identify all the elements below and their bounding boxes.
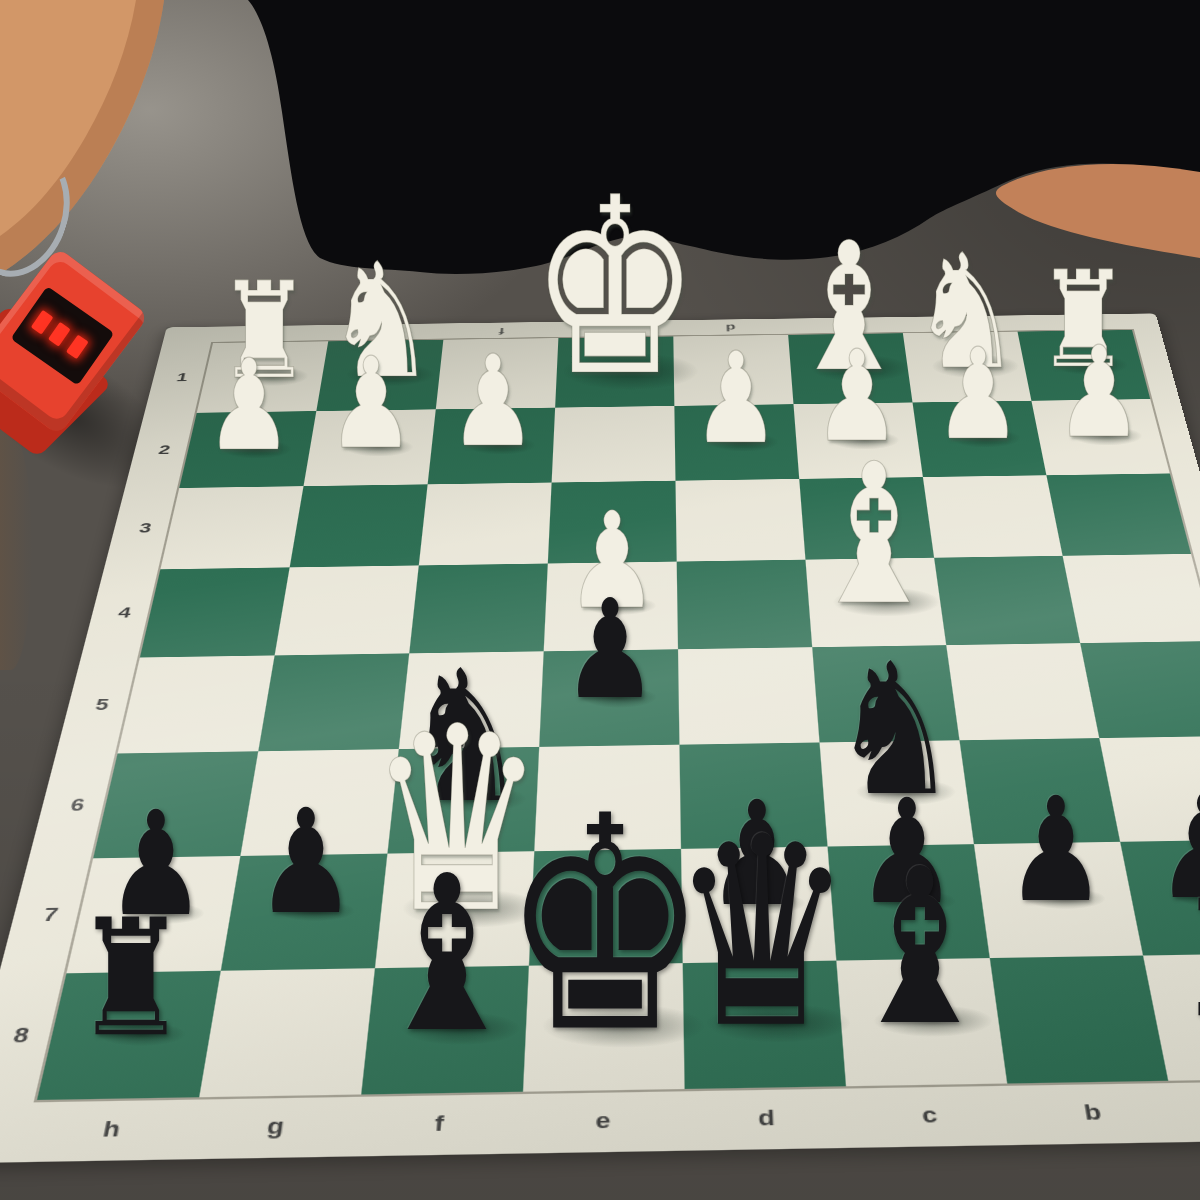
chess-photo-scene: 12345678hgfedcbafd ♜♞♝♚♞♜♟♟♟♟♟♟♟♝♟♟♞♞♟♟♟…: [0, 0, 1200, 1200]
black-king-e8: ♚: [501, 777, 708, 1073]
white-pawn-f2: ♟: [449, 339, 537, 465]
white-pawn-a2: ♟: [1055, 331, 1143, 457]
pieces-layer: ♜♞♝♚♞♜♟♟♟♟♟♟♟♝♟♟♞♞♟♟♟♟♛♟♟♜♝♛♚♝♜: [0, 0, 1200, 1200]
black-pawn-g7: ♟: [256, 790, 357, 934]
white-pawn-g2: ♟: [327, 341, 415, 467]
black-bishop-f8: ♝: [372, 848, 522, 1063]
white-bishop-c4: ♝: [807, 439, 943, 633]
black-pawn-b7: ♟: [1006, 777, 1107, 921]
black-rook-h8: ♜: [75, 898, 188, 1059]
black-pawn-e5: ♟: [562, 582, 658, 719]
black-rook-a8: ♜: [1177, 880, 1200, 1041]
white-pawn-h2: ♟: [205, 343, 293, 469]
white-king-e1: ♚: [530, 166, 701, 410]
black-bishop-c8: ♝: [844, 840, 994, 1055]
white-pawn-b2: ♟: [934, 332, 1022, 458]
white-pawn-d2: ♟: [692, 336, 780, 462]
